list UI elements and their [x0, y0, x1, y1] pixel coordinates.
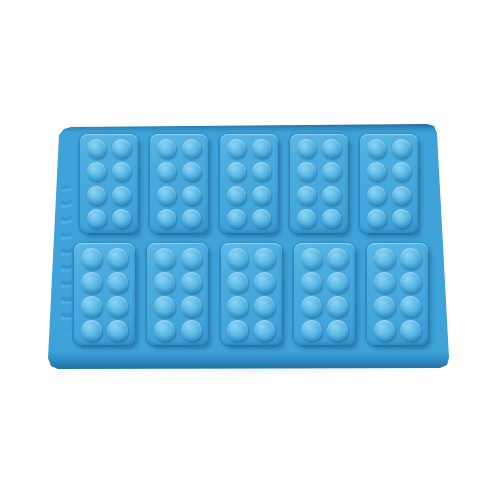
brick-stud — [157, 139, 176, 158]
brick-stud — [254, 320, 275, 341]
brick-stud — [81, 272, 102, 293]
brick-stud — [327, 296, 348, 317]
silicone-mold-tray — [46, 123, 453, 369]
brick-stud — [374, 248, 395, 269]
mold-cavity-brick — [367, 243, 428, 345]
brick-stud — [227, 139, 246, 158]
brick-stud — [327, 320, 348, 341]
brick-stud — [154, 296, 175, 317]
brick-stud — [182, 186, 201, 205]
brick-stud — [107, 248, 128, 269]
product-photo — [0, 0, 500, 500]
brick-stud — [367, 139, 386, 158]
mold-cavity-brick — [147, 243, 208, 345]
brick-row — [74, 243, 428, 345]
brick-stud — [392, 209, 411, 228]
mold-cavity-brick — [150, 134, 208, 233]
brick-stud — [322, 162, 341, 181]
brick-stud — [297, 162, 316, 181]
brick-stud — [107, 296, 128, 317]
brick-stud — [157, 186, 176, 205]
brick-stud — [81, 248, 102, 269]
brick-stud — [367, 209, 386, 228]
brick-stud — [301, 272, 322, 293]
brick-stud — [157, 162, 176, 181]
brick-stud — [227, 186, 246, 205]
brick-stud — [297, 139, 316, 158]
brick-stud — [227, 296, 248, 317]
brick-stud — [154, 320, 175, 341]
brick-stud — [252, 139, 271, 158]
brick-stud — [182, 162, 201, 181]
brick-stud — [400, 248, 421, 269]
brick-stud — [301, 296, 322, 317]
brick-stud — [87, 186, 106, 205]
brick-stud — [322, 209, 341, 228]
brick-stud — [301, 248, 322, 269]
brick-stud — [81, 320, 102, 341]
mold-cavity-brick — [74, 243, 135, 345]
brick-stud — [297, 186, 316, 205]
brick-row — [80, 134, 418, 233]
mold-cavity-brick — [221, 243, 282, 345]
brick-stud — [322, 139, 341, 158]
brick-stud — [400, 320, 421, 341]
mold-cavity-brick — [360, 134, 418, 233]
brick-stud — [81, 296, 102, 317]
mold-cavity-brick — [220, 134, 278, 233]
brick-stud — [182, 209, 201, 228]
brick-stud — [181, 296, 202, 317]
mold-cavity-brick — [290, 134, 348, 233]
brick-stud — [374, 320, 395, 341]
brick-stud — [374, 296, 395, 317]
brick-stud — [112, 209, 131, 228]
brick-stud — [181, 272, 202, 293]
brick-stud — [301, 320, 322, 341]
brick-stud — [297, 209, 316, 228]
brick-stud — [227, 209, 246, 228]
brick-stud — [367, 186, 386, 205]
brick-stud — [181, 248, 202, 269]
brick-stud — [252, 186, 271, 205]
brick-stud — [154, 248, 175, 269]
brick-stud — [392, 162, 411, 181]
brick-stud — [182, 139, 201, 158]
brick-stud — [254, 296, 275, 317]
brick-stud — [227, 248, 248, 269]
brick-stud — [227, 272, 248, 293]
brick-stud — [327, 272, 348, 293]
brick-stud — [400, 272, 421, 293]
mold-cavity-brick — [80, 134, 138, 233]
brick-stud — [252, 209, 271, 228]
embossed-marking — [61, 185, 72, 330]
brick-stud — [157, 209, 176, 228]
brick-stud — [374, 272, 395, 293]
brick-stud — [227, 320, 248, 341]
brick-stud — [112, 186, 131, 205]
brick-stud — [107, 272, 128, 293]
brick-stud — [392, 139, 411, 158]
brick-stud — [367, 162, 386, 181]
brick-stud — [327, 248, 348, 269]
brick-stud — [254, 248, 275, 269]
brick-stud — [87, 162, 106, 181]
brick-stud — [181, 320, 202, 341]
brick-stud — [254, 272, 275, 293]
brick-stud — [87, 209, 106, 228]
brick-stud — [112, 139, 131, 158]
brick-stud — [87, 139, 106, 158]
brick-stud — [252, 162, 271, 181]
brick-stud — [107, 320, 128, 341]
brick-stud — [112, 162, 131, 181]
brick-stud — [392, 186, 411, 205]
brick-stud — [400, 296, 421, 317]
brick-stud — [322, 186, 341, 205]
brick-stud — [154, 272, 175, 293]
mold-cavity-brick — [294, 243, 355, 345]
brick-stud — [227, 162, 246, 181]
